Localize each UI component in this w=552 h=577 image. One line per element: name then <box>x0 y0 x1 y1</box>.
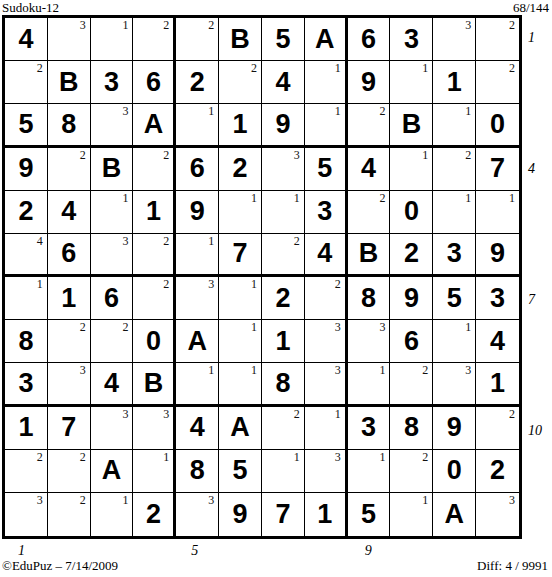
pencil-mark: 2 <box>37 62 43 75</box>
given-value: 8 <box>48 104 90 144</box>
cell-r12c10[interactable]: 1 <box>390 493 433 536</box>
cell-r11c3[interactable]: A <box>91 450 134 493</box>
pencil-mark: 1 <box>335 62 341 75</box>
copyright-text: ©EduPuz – 7/14/2009 <box>2 558 118 574</box>
given-value: 7 <box>476 148 519 190</box>
pencil-mark: 3 <box>122 408 128 421</box>
cell-r10c7[interactable]: 2 <box>262 407 305 450</box>
cell-r8c6[interactable]: 1 <box>219 320 262 363</box>
cell-r7c10[interactable]: 9 <box>390 277 433 320</box>
pencil-mark: 3 <box>37 494 43 507</box>
cell-r2c7[interactable]: 4 <box>262 61 305 104</box>
cell-r3c4[interactable]: A <box>133 104 176 147</box>
pencil-mark: 3 <box>163 408 169 421</box>
cell-r1c11[interactable]: 3 <box>433 18 476 61</box>
cell-r11c11[interactable]: 0 <box>433 450 476 493</box>
given-value: 0 <box>133 320 173 362</box>
cell-r3c7[interactable]: 9 <box>262 104 305 147</box>
cell-r12c4[interactable]: 2 <box>133 493 176 536</box>
cell-r12c7[interactable]: 7 <box>262 493 305 536</box>
pencil-mark: 2 <box>163 19 169 32</box>
given-value: A <box>305 18 345 60</box>
cell-r9c7[interactable]: 8 <box>262 363 305 406</box>
puzzle-title: Sudoku-12 <box>2 0 59 16</box>
given-value: 6 <box>348 18 390 60</box>
given-value: 2 <box>390 234 432 274</box>
cell-r3c11[interactable]: 1 <box>433 104 476 147</box>
given-value: 2 <box>133 493 173 536</box>
given-value: 9 <box>348 61 390 103</box>
cell-r5c9[interactable]: 2 <box>348 191 391 234</box>
cell-r5c1[interactable]: 2 <box>5 191 48 234</box>
cell-r2c9[interactable]: 9 <box>348 61 391 104</box>
pencil-mark: 3 <box>208 278 214 291</box>
puzzle-counter: 68/144 <box>513 0 549 16</box>
given-value: 5 <box>433 277 475 319</box>
cell-r2c12[interactable]: 2 <box>476 61 519 104</box>
given-value: 3 <box>476 277 519 319</box>
given-value: B <box>219 18 261 60</box>
pencil-mark: 4 <box>37 235 43 248</box>
given-value: B <box>348 234 390 274</box>
cell-r8c1[interactable]: 8 <box>5 320 48 363</box>
cell-r11c6[interactable]: 5 <box>219 450 262 493</box>
pencil-mark: 3 <box>80 19 86 32</box>
cell-r6c4[interactable]: 2 <box>133 234 176 277</box>
cell-r2c8[interactable]: 1 <box>305 61 348 104</box>
given-value: 5 <box>262 18 304 60</box>
cell-r7c3[interactable]: 6 <box>91 277 134 320</box>
cell-r8c7[interactable]: 1 <box>262 320 305 363</box>
cell-r10c4[interactable]: 3 <box>133 407 176 450</box>
cell-r6c6[interactable]: 7 <box>219 234 262 277</box>
given-value: 2 <box>476 450 519 492</box>
cell-r9c4[interactable]: B <box>133 363 176 406</box>
given-value: 4 <box>5 18 47 60</box>
cell-r6c2[interactable]: 6 <box>48 234 91 277</box>
pencil-mark: 1 <box>379 364 385 377</box>
cell-r12c1[interactable]: 3 <box>5 493 48 536</box>
pencil-mark: 3 <box>335 321 341 334</box>
pencil-mark: 3 <box>335 451 341 464</box>
pencil-mark: 2 <box>422 451 428 464</box>
pencil-mark: 2 <box>509 62 515 75</box>
cell-r2c11[interactable]: 1 <box>433 61 476 104</box>
given-value: 7 <box>262 493 304 536</box>
cell-r7c9[interactable]: 8 <box>348 277 391 320</box>
cell-r3c1[interactable]: 5 <box>5 104 48 147</box>
cell-r11c12[interactable]: 2 <box>476 450 519 493</box>
cell-r3c12[interactable]: 0 <box>476 104 519 147</box>
cell-r1c3[interactable]: 1 <box>91 18 134 61</box>
cell-r1c6[interactable]: B <box>219 18 262 61</box>
pencil-mark: 2 <box>422 364 428 377</box>
pencil-mark: 1 <box>122 494 128 507</box>
cell-r9c11[interactable]: 3 <box>433 363 476 406</box>
given-value: 8 <box>390 407 432 449</box>
given-value: 5 <box>305 148 345 190</box>
col-label-9: 9 <box>365 543 372 559</box>
cell-r11c7[interactable]: 1 <box>262 450 305 493</box>
given-value: A <box>91 450 133 492</box>
pencil-mark: 2 <box>294 235 300 248</box>
given-value: 5 <box>5 104 47 144</box>
cell-r6c1[interactable]: 4 <box>5 234 48 277</box>
cell-r1c1[interactable]: 4 <box>5 18 48 61</box>
cell-r4c9[interactable]: 4 <box>348 148 391 191</box>
cell-r1c9[interactable]: 6 <box>348 18 391 61</box>
pencil-mark: 2 <box>335 278 341 291</box>
pencil-mark: 2 <box>80 149 86 162</box>
cell-r12c11[interactable]: A <box>433 493 476 536</box>
cell-r3c8[interactable]: 1 <box>305 104 348 147</box>
cell-r5c4[interactable]: 1 <box>133 191 176 234</box>
cell-r2c5[interactable]: 2 <box>176 61 219 104</box>
cell-r1c7[interactable]: 5 <box>262 18 305 61</box>
pencil-mark: 1 <box>465 321 471 334</box>
given-value: 6 <box>133 61 173 103</box>
given-value: A <box>176 320 218 362</box>
pencil-mark: 1 <box>208 105 214 118</box>
pencil-mark: 3 <box>465 19 471 32</box>
given-value: B <box>91 148 133 190</box>
cell-r5c2[interactable]: 4 <box>48 191 91 234</box>
given-value: B <box>133 363 173 403</box>
cell-r5c7[interactable]: 1 <box>262 191 305 234</box>
cell-r4c2[interactable]: 2 <box>48 148 91 191</box>
given-value: 1 <box>262 320 304 362</box>
given-value: 8 <box>176 450 218 492</box>
cell-r4c4[interactable]: 2 <box>133 148 176 191</box>
cell-r4c10[interactable]: 1 <box>390 148 433 191</box>
pencil-mark: 3 <box>509 494 515 507</box>
given-value: A <box>133 104 173 144</box>
given-value: 1 <box>305 493 345 536</box>
given-value: 9 <box>390 277 432 319</box>
cell-r10c1[interactable]: 1 <box>5 407 48 450</box>
cell-r12c2[interactable]: 2 <box>48 493 91 536</box>
given-value: 2 <box>5 191 47 233</box>
cell-r8c4[interactable]: 0 <box>133 320 176 363</box>
cell-r12c6[interactable]: 9 <box>219 493 262 536</box>
pencil-mark: 2 <box>208 19 214 32</box>
cell-r4c5[interactable]: 6 <box>176 148 219 191</box>
cell-r9c5[interactable]: 1 <box>176 363 219 406</box>
cell-r1c12[interactable]: 2 <box>476 18 519 61</box>
cell-r5c3[interactable]: 1 <box>91 191 134 234</box>
cell-r8c12[interactable]: 4 <box>476 320 519 363</box>
cell-r5c5[interactable]: 9 <box>176 191 219 234</box>
pencil-mark: 1 <box>422 149 428 162</box>
cell-r11c4[interactable]: 1 <box>133 450 176 493</box>
cell-r9c10[interactable]: 2 <box>390 363 433 406</box>
pencil-mark: 3 <box>379 321 385 334</box>
cell-r8c9[interactable]: 3 <box>348 320 391 363</box>
cell-r11c5[interactable]: 8 <box>176 450 219 493</box>
cell-r10c5[interactable]: 4 <box>176 407 219 450</box>
cell-r12c8[interactable]: 1 <box>305 493 348 536</box>
cell-r9c2[interactable]: 3 <box>48 363 91 406</box>
cell-r11c10[interactable]: 2 <box>390 450 433 493</box>
given-value: 3 <box>305 191 345 233</box>
pencil-mark: 2 <box>37 451 43 464</box>
given-value: 0 <box>476 104 519 144</box>
row-label-4: 4 <box>528 161 552 177</box>
given-value: 4 <box>348 148 390 190</box>
pencil-mark: 2 <box>251 62 257 75</box>
pencil-mark: 2 <box>379 192 385 205</box>
given-value: B <box>48 61 90 103</box>
cell-r10c6[interactable]: A <box>219 407 262 450</box>
row-label-1: 1 <box>528 30 552 46</box>
cell-r8c11[interactable]: 1 <box>433 320 476 363</box>
pencil-mark: 1 <box>335 105 341 118</box>
cell-r7c6[interactable]: 1 <box>219 277 262 320</box>
pencil-mark: 2 <box>80 494 86 507</box>
pencil-mark: 1 <box>251 321 257 334</box>
pencil-mark: 1 <box>294 192 300 205</box>
cell-r1c5[interactable]: 2 <box>176 18 219 61</box>
given-value: 2 <box>262 277 304 319</box>
given-value: 4 <box>48 191 90 233</box>
given-value: 7 <box>48 407 90 449</box>
pencil-mark: 1 <box>163 451 169 464</box>
sudoku-board: 43122B5A63322B3622419112583A11912B1092B2… <box>2 15 522 539</box>
given-value: 9 <box>476 234 519 274</box>
cell-r11c2[interactable]: 2 <box>48 450 91 493</box>
cell-r7c2[interactable]: 1 <box>48 277 91 320</box>
cell-r6c8[interactable]: 4 <box>305 234 348 277</box>
cell-r9c3[interactable]: 4 <box>91 363 134 406</box>
cell-r2c10[interactable]: 1 <box>390 61 433 104</box>
cell-r1c2[interactable]: 3 <box>48 18 91 61</box>
given-value: A <box>219 407 261 449</box>
given-value: 2 <box>219 148 261 190</box>
cell-r5c8[interactable]: 3 <box>305 191 348 234</box>
given-value: 3 <box>91 61 133 103</box>
cell-r3c2[interactable]: 8 <box>48 104 91 147</box>
pencil-mark: 2 <box>163 278 169 291</box>
cell-r2c6[interactable]: 2 <box>219 61 262 104</box>
given-value: 2 <box>176 61 218 103</box>
cell-r12c9[interactable]: 5 <box>348 493 391 536</box>
pencil-mark: 2 <box>509 19 515 32</box>
cell-r9c8[interactable]: 3 <box>305 363 348 406</box>
pencil-mark: 1 <box>37 278 43 291</box>
pencil-mark: 1 <box>251 278 257 291</box>
cell-r10c3[interactable]: 3 <box>91 407 134 450</box>
pencil-mark: 3 <box>122 235 128 248</box>
pencil-mark: 1 <box>208 235 214 248</box>
cell-r9c12[interactable]: 1 <box>476 363 519 406</box>
given-value: 9 <box>262 104 304 144</box>
cell-r11c8[interactable]: 3 <box>305 450 348 493</box>
pencil-mark: 1 <box>335 408 341 421</box>
given-value: 4 <box>305 234 345 274</box>
cell-r3c3[interactable]: 3 <box>91 104 134 147</box>
given-value: 4 <box>176 407 218 449</box>
given-value: 1 <box>5 407 47 449</box>
pencil-mark: 2 <box>122 321 128 334</box>
given-value: 6 <box>176 148 218 190</box>
given-value: 3 <box>390 18 432 60</box>
cell-r11c1[interactable]: 2 <box>5 450 48 493</box>
cell-r3c9[interactable]: 2 <box>348 104 391 147</box>
pencil-mark: 3 <box>122 105 128 118</box>
cell-r12c5[interactable]: 3 <box>176 493 219 536</box>
cell-r11c9[interactable]: 1 <box>348 450 391 493</box>
cell-r8c10[interactable]: 6 <box>390 320 433 363</box>
cell-r8c3[interactable]: 2 <box>91 320 134 363</box>
cell-r7c7[interactable]: 2 <box>262 277 305 320</box>
cell-r3c5[interactable]: 1 <box>176 104 219 147</box>
cell-r6c10[interactable]: 2 <box>390 234 433 277</box>
cell-r9c1[interactable]: 3 <box>5 363 48 406</box>
cell-r1c4[interactable]: 2 <box>133 18 176 61</box>
cell-r12c12[interactable]: 3 <box>476 493 519 536</box>
cell-r7c4[interactable]: 2 <box>133 277 176 320</box>
cell-r7c5[interactable]: 3 <box>176 277 219 320</box>
pencil-mark: 3 <box>465 364 471 377</box>
cell-r2c4[interactable]: 6 <box>133 61 176 104</box>
given-value: 3 <box>433 234 475 274</box>
given-value: 6 <box>91 277 133 319</box>
pencil-mark: 1 <box>251 192 257 205</box>
given-value: 8 <box>5 320 47 362</box>
given-value: 0 <box>433 450 475 492</box>
given-value: 1 <box>48 277 90 319</box>
cell-r4c6[interactable]: 2 <box>219 148 262 191</box>
given-value: 9 <box>5 148 47 190</box>
given-value: 3 <box>5 363 47 403</box>
cell-r3c10[interactable]: B <box>390 104 433 147</box>
pencil-mark: 1 <box>465 105 471 118</box>
pencil-mark: 1 <box>251 364 257 377</box>
cell-r5c6[interactable]: 1 <box>219 191 262 234</box>
cell-r2c3[interactable]: 3 <box>91 61 134 104</box>
cell-r4c3[interactable]: B <box>91 148 134 191</box>
given-value: 3 <box>348 407 390 449</box>
cell-r6c9[interactable]: B <box>348 234 391 277</box>
cell-r6c7[interactable]: 2 <box>262 234 305 277</box>
cell-r2c1[interactable]: 2 <box>5 61 48 104</box>
given-value: A <box>433 493 475 536</box>
cell-r7c11[interactable]: 5 <box>433 277 476 320</box>
cell-r6c12[interactable]: 9 <box>476 234 519 277</box>
given-value: 6 <box>390 320 432 362</box>
given-value: 5 <box>219 450 261 492</box>
given-value: 0 <box>390 191 432 233</box>
pencil-mark: 2 <box>163 149 169 162</box>
pencil-mark: 1 <box>294 451 300 464</box>
cell-r4c7[interactable]: 3 <box>262 148 305 191</box>
cell-r1c10[interactable]: 3 <box>390 18 433 61</box>
pencil-mark: 1 <box>379 451 385 464</box>
cell-r10c2[interactable]: 7 <box>48 407 91 450</box>
given-value: B <box>390 104 432 144</box>
given-value: 1 <box>219 104 261 144</box>
pencil-mark: 1 <box>122 192 128 205</box>
cell-r5c11[interactable]: 1 <box>433 191 476 234</box>
cell-r10c8[interactable]: 1 <box>305 407 348 450</box>
cell-r4c11[interactable]: 2 <box>433 148 476 191</box>
cell-r12c3[interactable]: 1 <box>91 493 134 536</box>
pencil-mark: 2 <box>80 321 86 334</box>
cell-r1c8[interactable]: A <box>305 18 348 61</box>
pencil-mark: 1 <box>122 19 128 32</box>
cell-r10c11[interactable]: 9 <box>433 407 476 450</box>
cell-r9c6[interactable]: 1 <box>219 363 262 406</box>
cell-r6c5[interactable]: 1 <box>176 234 219 277</box>
cell-r8c8[interactable]: 3 <box>305 320 348 363</box>
pencil-mark: 2 <box>80 451 86 464</box>
given-value: 8 <box>348 277 390 319</box>
difficulty-text: Diff: 4 / 9991 <box>477 558 548 574</box>
pencil-mark: 3 <box>208 494 214 507</box>
given-value: 4 <box>262 61 304 103</box>
pencil-mark: 2 <box>294 408 300 421</box>
cell-r10c12[interactable]: 2 <box>476 407 519 450</box>
cell-r6c3[interactable]: 3 <box>91 234 134 277</box>
pencil-mark: 2 <box>163 235 169 248</box>
pencil-mark: 1 <box>422 62 428 75</box>
col-label-5: 5 <box>191 543 198 559</box>
cell-r8c2[interactable]: 2 <box>48 320 91 363</box>
pencil-mark: 2 <box>465 149 471 162</box>
cell-r7c1[interactable]: 1 <box>5 277 48 320</box>
given-value: 9 <box>219 493 261 536</box>
cell-r10c10[interactable]: 8 <box>390 407 433 450</box>
given-value: 4 <box>476 320 519 362</box>
cell-r9c9[interactable]: 1 <box>348 363 391 406</box>
pencil-mark: 3 <box>80 364 86 377</box>
cell-r4c8[interactable]: 5 <box>305 148 348 191</box>
cell-r4c1[interactable]: 9 <box>5 148 48 191</box>
pencil-mark: 2 <box>379 105 385 118</box>
col-label-1: 1 <box>18 543 25 559</box>
cell-r10c9[interactable]: 3 <box>348 407 391 450</box>
row-label-7: 7 <box>528 292 552 308</box>
given-value: 8 <box>262 363 304 403</box>
cell-r7c8[interactable]: 2 <box>305 277 348 320</box>
cell-r2c2[interactable]: B <box>48 61 91 104</box>
pencil-mark: 1 <box>422 494 428 507</box>
cell-r7c12[interactable]: 3 <box>476 277 519 320</box>
pencil-mark: 3 <box>335 364 341 377</box>
given-value: 9 <box>433 407 475 449</box>
cell-r3c6[interactable]: 1 <box>219 104 262 147</box>
cell-r5c12[interactable]: 1 <box>476 191 519 234</box>
pencil-mark: 3 <box>294 149 300 162</box>
row-label-10: 10 <box>528 423 552 439</box>
pencil-mark: 1 <box>509 192 515 205</box>
sudoku-page: Sudoku-12 68/144 43122B5A63322B362241911… <box>0 0 552 577</box>
given-value: 5 <box>348 493 390 536</box>
cell-r6c11[interactable]: 3 <box>433 234 476 277</box>
pencil-mark: 1 <box>465 192 471 205</box>
given-value: 7 <box>219 234 261 274</box>
cell-r8c5[interactable]: A <box>176 320 219 363</box>
given-value: 4 <box>91 363 133 403</box>
given-value: 6 <box>48 234 90 274</box>
cell-r4c12[interactable]: 7 <box>476 148 519 191</box>
cell-r5c10[interactable]: 0 <box>390 191 433 234</box>
given-value: 9 <box>176 191 218 233</box>
given-value: 1 <box>476 363 519 403</box>
pencil-mark: 2 <box>509 408 515 421</box>
given-value: 1 <box>133 191 173 233</box>
given-value: 1 <box>433 61 475 103</box>
